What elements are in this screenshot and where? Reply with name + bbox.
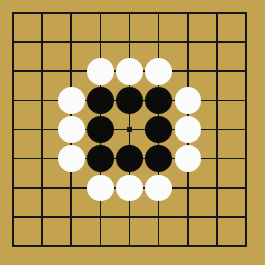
white-stone[interactable] — [87, 175, 114, 202]
white-stone[interactable] — [116, 175, 143, 202]
point-H2[interactable] — [202, 202, 231, 231]
black-stone[interactable] — [145, 145, 172, 172]
point-D8[interactable] — [86, 28, 115, 57]
hoshi-dot — [127, 127, 132, 132]
point-F7[interactable] — [144, 57, 173, 86]
point-E3[interactable] — [115, 173, 144, 202]
white-stone[interactable] — [175, 116, 202, 143]
point-H4[interactable] — [202, 144, 231, 173]
point-D1[interactable] — [86, 231, 115, 260]
point-G5[interactable] — [173, 115, 202, 144]
point-C5[interactable] — [57, 115, 86, 144]
point-B8[interactable] — [28, 28, 57, 57]
point-H6[interactable] — [202, 86, 231, 115]
point-F6[interactable] — [144, 86, 173, 115]
point-F2[interactable] — [144, 202, 173, 231]
point-B5[interactable] — [28, 115, 57, 144]
point-D6[interactable] — [86, 86, 115, 115]
point-G6[interactable] — [173, 86, 202, 115]
white-stone[interactable] — [175, 145, 202, 172]
point-E2[interactable] — [115, 202, 144, 231]
point-J7[interactable] — [231, 57, 260, 86]
white-stone[interactable] — [87, 58, 114, 85]
point-E4[interactable] — [115, 144, 144, 173]
point-E6[interactable] — [115, 86, 144, 115]
point-A6[interactable] — [0, 86, 28, 115]
point-J3[interactable] — [231, 173, 260, 202]
point-A9[interactable] — [0, 0, 28, 28]
black-stone[interactable] — [145, 116, 172, 143]
point-C9[interactable] — [57, 0, 86, 28]
point-J9[interactable] — [231, 0, 260, 28]
point-J1[interactable] — [231, 231, 260, 260]
black-stone[interactable] — [87, 116, 114, 143]
black-stone[interactable] — [87, 87, 114, 114]
point-E1[interactable] — [115, 231, 144, 260]
point-A2[interactable] — [0, 202, 28, 231]
white-stone[interactable] — [175, 87, 202, 114]
point-H8[interactable] — [202, 28, 231, 57]
point-D3[interactable] — [86, 173, 115, 202]
point-C4[interactable] — [57, 144, 86, 173]
point-A5[interactable] — [0, 115, 28, 144]
point-H1[interactable] — [202, 231, 231, 260]
point-A4[interactable] — [0, 144, 28, 173]
point-D5[interactable] — [86, 115, 115, 144]
point-B6[interactable] — [28, 86, 57, 115]
point-F1[interactable] — [144, 231, 173, 260]
point-J8[interactable] — [231, 28, 260, 57]
point-A3[interactable] — [0, 173, 28, 202]
point-B4[interactable] — [28, 144, 57, 173]
white-stone[interactable] — [145, 175, 172, 202]
point-H7[interactable] — [202, 57, 231, 86]
point-J6[interactable] — [231, 86, 260, 115]
point-D7[interactable] — [86, 57, 115, 86]
point-G2[interactable] — [173, 202, 202, 231]
point-A1[interactable] — [0, 231, 28, 260]
point-C7[interactable] — [57, 57, 86, 86]
point-C6[interactable] — [57, 86, 86, 115]
point-A7[interactable] — [0, 57, 28, 86]
point-D9[interactable] — [86, 0, 115, 28]
white-stone[interactable] — [58, 116, 85, 143]
black-stone[interactable] — [87, 145, 114, 172]
white-stone[interactable] — [116, 58, 143, 85]
point-F8[interactable] — [144, 28, 173, 57]
point-F4[interactable] — [144, 144, 173, 173]
point-G7[interactable] — [173, 57, 202, 86]
white-stone[interactable] — [58, 145, 85, 172]
point-E8[interactable] — [115, 28, 144, 57]
point-F5[interactable] — [144, 115, 173, 144]
point-B2[interactable] — [28, 202, 57, 231]
point-B9[interactable] — [28, 0, 57, 28]
point-G1[interactable] — [173, 231, 202, 260]
point-H3[interactable] — [202, 173, 231, 202]
point-E9[interactable] — [115, 0, 144, 28]
black-stone[interactable] — [145, 87, 172, 114]
point-C8[interactable] — [57, 28, 86, 57]
point-F9[interactable] — [144, 0, 173, 28]
point-G3[interactable] — [173, 173, 202, 202]
point-J5[interactable] — [231, 115, 260, 144]
black-stone[interactable] — [116, 87, 143, 114]
point-G9[interactable] — [173, 0, 202, 28]
black-stone[interactable] — [116, 145, 143, 172]
point-F3[interactable] — [144, 173, 173, 202]
point-C2[interactable] — [57, 202, 86, 231]
point-H9[interactable] — [202, 0, 231, 28]
point-J2[interactable] — [231, 202, 260, 231]
white-stone[interactable] — [58, 87, 85, 114]
point-G8[interactable] — [173, 28, 202, 57]
point-A8[interactable] — [0, 28, 28, 57]
point-D4[interactable] — [86, 144, 115, 173]
white-stone[interactable] — [145, 58, 172, 85]
point-B3[interactable] — [28, 173, 57, 202]
point-D2[interactable] — [86, 202, 115, 231]
point-G4[interactable] — [173, 144, 202, 173]
point-B7[interactable] — [28, 57, 57, 86]
point-E7[interactable] — [115, 57, 144, 86]
go-board[interactable] — [0, 0, 261, 261]
point-E5[interactable] — [115, 115, 144, 144]
point-C1[interactable] — [57, 231, 86, 260]
point-J4[interactable] — [231, 144, 260, 173]
go-board-diagram — [0, 0, 265, 265]
point-B1[interactable] — [28, 231, 57, 260]
point-C3[interactable] — [57, 173, 86, 202]
point-H5[interactable] — [202, 115, 231, 144]
